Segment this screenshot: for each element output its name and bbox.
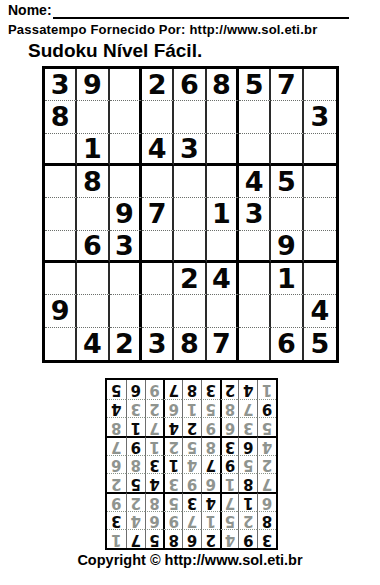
puzzle-cell-r5c4: 7 — [142, 198, 174, 230]
puzzle-cell-r2c6 — [207, 101, 239, 133]
puzzle-cell-r3c6 — [207, 134, 239, 166]
solution-cell-r5c8: 8 — [126, 455, 145, 474]
puzzle-cell-r7c6: 4 — [207, 263, 239, 295]
puzzle-cell-r2c2 — [77, 101, 109, 133]
solution-cell-r5c9: 6 — [107, 455, 126, 474]
puzzle-cell-r6c6 — [207, 231, 239, 263]
solution-cell-r9c2: 4 — [238, 380, 257, 399]
puzzle-cell-r1c7: 5 — [239, 69, 271, 101]
puzzle-cell-r7c2 — [77, 263, 109, 295]
solution-cell-r7c2: 3 — [238, 417, 257, 436]
puzzle-cell-r4c6 — [207, 166, 239, 198]
solution-cell-r3c8: 2 — [126, 492, 145, 511]
provided-by-text: Passatempo Fornecido Por: http://www.sol… — [8, 22, 317, 37]
solution-cell-r5c4: 7 — [201, 455, 220, 474]
name-blank-line — [53, 2, 349, 19]
solution-cell-r7c6: 4 — [163, 417, 182, 436]
puzzle-cell-r8c7 — [239, 295, 271, 327]
puzzle-cell-r9c2: 4 — [77, 328, 109, 360]
solution-cell-r6c8: 9 — [126, 436, 145, 455]
solution-cell-r1c4: 2 — [201, 529, 220, 548]
solution-cell-r7c5: 2 — [182, 417, 201, 436]
name-row: Nome: — [8, 2, 349, 19]
solution-cell-r6c2: 6 — [238, 436, 257, 455]
puzzle-cell-r4c1 — [45, 166, 77, 198]
puzzle-cell-r1c6: 8 — [207, 69, 239, 101]
puzzle-cell-r7c3 — [110, 263, 142, 295]
puzzle-cell-r7c8: 1 — [271, 263, 303, 295]
solution-cell-r8c7: 2 — [145, 399, 164, 418]
solution-cell-r8c6: 6 — [163, 399, 182, 418]
puzzle-cell-r3c4: 4 — [142, 134, 174, 166]
puzzle-cell-r9c7 — [239, 328, 271, 360]
puzzle-cell-r4c9 — [304, 166, 336, 198]
solution-cell-r9c5: 8 — [182, 380, 201, 399]
puzzle-cell-r9c6: 7 — [207, 328, 239, 360]
solution-cell-r4c3: 1 — [220, 473, 239, 492]
puzzle-cell-r4c8: 5 — [271, 166, 303, 198]
puzzle-cell-r3c1 — [45, 134, 77, 166]
puzzle-cell-r2c8 — [271, 101, 303, 133]
puzzle-cell-r6c5 — [174, 231, 206, 263]
solution-cell-r1c5: 6 — [182, 529, 201, 548]
puzzle-cell-r5c7: 3 — [239, 198, 271, 230]
solution-cell-r3c2: 1 — [238, 492, 257, 511]
printable-sudoku-sheet: Nome: Passatempo Fornecido Por: http://w… — [0, 0, 380, 585]
puzzle-cell-r7c7 — [239, 263, 271, 295]
puzzle-cell-r1c8: 7 — [271, 69, 303, 101]
puzzle-cell-r7c4 — [142, 263, 174, 295]
puzzle-cell-r1c2: 9 — [77, 69, 109, 101]
solution-cell-r7c4: 9 — [201, 417, 220, 436]
solution-cell-r7c3: 6 — [220, 417, 239, 436]
solution-cell-r9c8: 6 — [126, 380, 145, 399]
puzzle-cell-r9c4: 3 — [142, 328, 174, 360]
solution-cell-r4c6: 3 — [163, 473, 182, 492]
solution-cell-r3c9: 9 — [107, 492, 126, 511]
solution-cell-r5c2: 5 — [238, 455, 257, 474]
puzzle-cell-r3c2: 1 — [77, 134, 109, 166]
solution-cell-r1c6: 8 — [163, 529, 182, 548]
puzzle-cell-r7c1 — [45, 263, 77, 295]
puzzle-cell-r8c6 — [207, 295, 239, 327]
solution-cell-r8c8: 3 — [126, 399, 145, 418]
puzzle-cell-r4c4 — [142, 166, 174, 198]
solution-cell-r9c6: 7 — [163, 380, 182, 399]
solution-cell-r6c6: 2 — [163, 436, 182, 455]
solution-cell-r2c6: 9 — [163, 511, 182, 530]
puzzle-cell-r8c4 — [142, 295, 174, 327]
puzzle-cell-r5c9 — [304, 198, 336, 230]
puzzle-cell-r1c1: 3 — [45, 69, 77, 101]
puzzle-cell-r3c9 — [304, 134, 336, 166]
solution-cell-r5c3: 9 — [220, 455, 239, 474]
solution-cell-r4c9: 2 — [107, 473, 126, 492]
puzzle-cell-r8c1: 9 — [45, 295, 77, 327]
solution-cell-r1c3: 4 — [220, 529, 239, 548]
solution-cell-r4c7: 4 — [145, 473, 164, 492]
puzzle-cell-r7c9 — [304, 263, 336, 295]
puzzle-cell-r3c8 — [271, 134, 303, 166]
puzzle-cell-r2c5 — [174, 101, 206, 133]
puzzle-cell-r2c9: 3 — [304, 101, 336, 133]
sudoku-puzzle-grid: 3926857831438459713639241944238765 — [42, 66, 339, 363]
solution-cell-r1c8: 7 — [126, 529, 145, 548]
solution-cell-r2c7: 6 — [145, 511, 164, 530]
puzzle-cell-r1c9 — [304, 69, 336, 101]
puzzle-cell-r7c5: 2 — [174, 263, 206, 295]
puzzle-cell-r8c9: 4 — [304, 295, 336, 327]
puzzle-cell-r1c4: 2 — [142, 69, 174, 101]
solution-cell-r1c2: 9 — [238, 529, 257, 548]
puzzle-cell-r6c8: 9 — [271, 231, 303, 263]
puzzle-cell-r4c7: 4 — [239, 166, 271, 198]
puzzle-cell-r8c2 — [77, 295, 109, 327]
puzzle-cell-r8c3 — [110, 295, 142, 327]
solution-cell-r4c2: 8 — [238, 473, 257, 492]
solution-cell-r8c4: 5 — [201, 399, 220, 418]
puzzle-cell-r9c1 — [45, 328, 77, 360]
solution-cell-r6c5: 5 — [182, 436, 201, 455]
puzzle-cell-r3c5: 3 — [174, 134, 206, 166]
solution-cell-r2c1: 8 — [257, 511, 276, 530]
puzzle-cell-r8c5 — [174, 295, 206, 327]
solution-cell-r6c7: 1 — [145, 436, 164, 455]
solution-cell-r6c4: 8 — [201, 436, 220, 455]
puzzle-cell-r6c9 — [304, 231, 336, 263]
puzzle-cell-r2c4 — [142, 101, 174, 133]
puzzle-cell-r5c6: 1 — [207, 198, 239, 230]
puzzle-cell-r5c2 — [77, 198, 109, 230]
puzzle-cell-r6c4 — [142, 231, 174, 263]
puzzle-cell-r6c3: 3 — [110, 231, 142, 263]
puzzle-cell-r4c5 — [174, 166, 206, 198]
solution-cell-r7c8: 1 — [126, 417, 145, 436]
puzzle-cell-r2c3 — [110, 101, 142, 133]
solution-cell-r8c2: 7 — [238, 399, 257, 418]
solution-cell-r9c1: 1 — [257, 380, 276, 399]
solution-cell-r3c1: 6 — [257, 492, 276, 511]
name-label: Nome: — [8, 2, 52, 19]
puzzle-cell-r9c9: 5 — [304, 328, 336, 360]
solution-cell-r3c6: 5 — [163, 492, 182, 511]
solution-cell-r2c8: 4 — [126, 511, 145, 530]
puzzle-cell-r2c1: 8 — [45, 101, 77, 133]
solution-cell-r2c2: 2 — [238, 511, 257, 530]
solution-cell-r9c3: 2 — [220, 380, 239, 399]
copyright-text: Copyright © http://www.sol.eti.br — [0, 552, 380, 568]
solution-cell-r6c1: 4 — [257, 436, 276, 455]
solution-cell-r8c5: 1 — [182, 399, 201, 418]
sudoku-solution-grid-rotated: 3942685718251796436174358297816934522597… — [105, 378, 278, 550]
puzzle-cell-r5c3: 9 — [110, 198, 142, 230]
page-title: Sudoku Nível Fácil. — [28, 40, 202, 62]
solution-cell-r7c7: 7 — [145, 417, 164, 436]
solution-cell-r2c4: 1 — [201, 511, 220, 530]
solution-cell-r8c1: 9 — [257, 399, 276, 418]
puzzle-cell-r4c3 — [110, 166, 142, 198]
puzzle-cell-r8c8 — [271, 295, 303, 327]
solution-cell-r6c3: 3 — [220, 436, 239, 455]
solution-cell-r4c8: 5 — [126, 473, 145, 492]
solution-cell-r5c7: 3 — [145, 455, 164, 474]
solution-cell-r3c7: 8 — [145, 492, 164, 511]
puzzle-cell-r3c7 — [239, 134, 271, 166]
solution-cell-r4c4: 6 — [201, 473, 220, 492]
solution-cell-r8c3: 8 — [220, 399, 239, 418]
solution-cell-r3c5: 3 — [182, 492, 201, 511]
puzzle-cell-r5c8 — [271, 198, 303, 230]
solution-cell-r7c1: 5 — [257, 417, 276, 436]
solution-cell-r1c7: 5 — [145, 529, 164, 548]
solution-cell-r3c3: 7 — [220, 492, 239, 511]
puzzle-cell-r6c2: 6 — [77, 231, 109, 263]
solution-cell-r7c9: 8 — [107, 417, 126, 436]
solution-cell-r4c5: 9 — [182, 473, 201, 492]
puzzle-cell-r9c8: 6 — [271, 328, 303, 360]
puzzle-cell-r1c5: 6 — [174, 69, 206, 101]
solution-cell-r8c9: 4 — [107, 399, 126, 418]
solution-cell-r2c9: 3 — [107, 511, 126, 530]
puzzle-cell-r9c3: 2 — [110, 328, 142, 360]
puzzle-cell-r4c2: 8 — [77, 166, 109, 198]
puzzle-cell-r5c5 — [174, 198, 206, 230]
solution-cell-r3c4: 4 — [201, 492, 220, 511]
solution-cell-r9c9: 5 — [107, 380, 126, 399]
solution-cell-r4c1: 7 — [257, 473, 276, 492]
solution-cell-r5c1: 2 — [257, 455, 276, 474]
solution-cell-r9c4: 3 — [201, 380, 220, 399]
solution-cell-r1c1: 3 — [257, 529, 276, 548]
solution-cell-r6c9: 7 — [107, 436, 126, 455]
puzzle-cell-r5c1 — [45, 198, 77, 230]
solution-cell-r5c6: 1 — [163, 455, 182, 474]
puzzle-cell-r3c3 — [110, 134, 142, 166]
solution-cell-r2c3: 5 — [220, 511, 239, 530]
solution-cell-r1c9: 1 — [107, 529, 126, 548]
solution-cell-r2c5: 7 — [182, 511, 201, 530]
puzzle-cell-r2c7 — [239, 101, 271, 133]
solution-cell-r5c5: 4 — [182, 455, 201, 474]
puzzle-cell-r6c7 — [239, 231, 271, 263]
solution-cell-r9c7: 9 — [145, 380, 164, 399]
puzzle-cell-r9c5: 8 — [174, 328, 206, 360]
puzzle-cell-r6c1 — [45, 231, 77, 263]
puzzle-cell-r1c3 — [110, 69, 142, 101]
